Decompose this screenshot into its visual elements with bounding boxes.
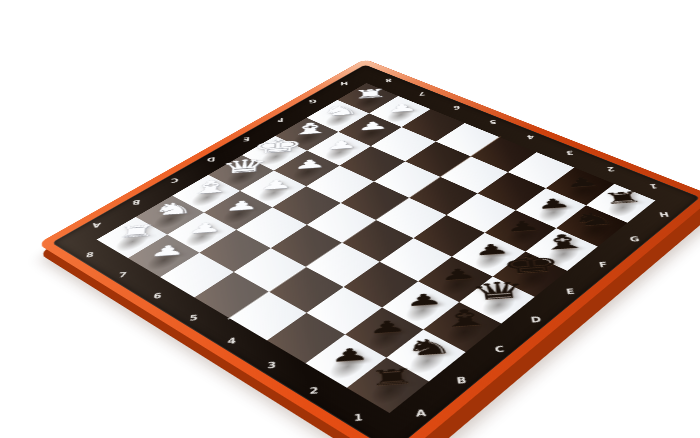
piece-black-rook[interactable]: ♜ — [351, 365, 432, 390]
rank-label-far: 3 — [561, 148, 578, 156]
file-label-near: D — [526, 315, 546, 326]
file-label-far: H — [337, 80, 351, 87]
piece-black-queen[interactable]: ♛ — [460, 277, 538, 304]
rank-label-near: 5 — [184, 313, 202, 324]
piece-black-bishop[interactable]: ♝ — [426, 305, 504, 332]
board-grid: ♜♞♝♛♚♝♞♜♟♟♟♟♟♟♟♟♟♟♟♟♟♟♟♟♜♞♝♛♚♝♞♜ — [97, 83, 656, 413]
file-label-near: F — [593, 260, 613, 270]
piece-shadow — [141, 246, 188, 274]
piece-shadow — [398, 294, 446, 326]
file-label-near: C — [490, 344, 510, 356]
square-d1[interactable]: ♛ — [458, 276, 534, 323]
rank-label-near: 3 — [262, 360, 281, 372]
square-a5[interactable] — [194, 272, 269, 318]
square-c5[interactable] — [270, 225, 341, 267]
rank-label-near: 8 — [81, 251, 99, 261]
square-a1[interactable]: ♜ — [347, 358, 429, 413]
square-b5[interactable] — [233, 248, 306, 292]
piece-black-pawn[interactable]: ♟ — [386, 290, 461, 310]
piece-black-pawn[interactable]: ♟ — [311, 344, 389, 366]
rank-label-far: 6 — [449, 104, 464, 111]
square-b4[interactable] — [269, 267, 344, 313]
piece-shadow — [434, 269, 481, 299]
piece-shadow — [440, 316, 489, 349]
piece-black-pawn[interactable]: ♟ — [421, 264, 495, 283]
piece-shadow — [363, 373, 415, 410]
file-label-near: H — [655, 211, 674, 220]
rank-label-far: 4 — [522, 133, 538, 141]
square-c1[interactable]: ♝ — [423, 302, 501, 352]
board-frame: AA88BB77CC66DD55EE44FF33GG22HH11 ♜♞♝♛♚♝♞… — [52, 65, 700, 438]
file-label-near: B — [451, 375, 471, 387]
rank-label-far: 7 — [415, 90, 430, 97]
chess-board: AA88BB77CC66DD55EE44FF33GG22HH11 ♜♞♝♛♚♝♞… — [37, 59, 700, 438]
file-label-far: G — [306, 97, 320, 104]
square-c4[interactable] — [306, 243, 379, 287]
square-d4[interactable] — [342, 220, 413, 262]
square-b6[interactable] — [199, 230, 270, 272]
rank-label-near: 2 — [304, 385, 323, 397]
square-c2[interactable]: ♟ — [382, 282, 458, 330]
rank-label-near: 7 — [113, 270, 131, 280]
piece-white-pawn[interactable]: ♟ — [132, 242, 203, 260]
rank-label-near: 6 — [148, 291, 166, 301]
rank-label-far: 5 — [485, 118, 501, 126]
file-label-near: A — [411, 407, 431, 420]
piece-shadow — [402, 344, 453, 379]
piece-shadow — [468, 245, 514, 274]
rank-label-far: 2 — [602, 165, 620, 173]
file-label-near: G — [625, 235, 644, 245]
piece-black-bishop[interactable]: ♝ — [526, 230, 601, 253]
square-c3[interactable] — [343, 262, 418, 308]
square-d2[interactable]: ♟ — [418, 257, 493, 302]
piece-black-knight[interactable]: ♞ — [557, 209, 631, 230]
square-f1[interactable]: ♝ — [525, 228, 598, 271]
rank-label-far: 8 — [382, 77, 396, 84]
piece-black-pawn[interactable]: ♟ — [455, 240, 528, 258]
piece-shadow — [361, 321, 411, 354]
piece-white-rook[interactable]: ♜ — [101, 222, 171, 241]
photo-stage: AA88BB77CC66DD55EE44FF33GG22HH11 ♜♞♝♛♚♝♞… — [0, 0, 700, 438]
rank-label-near: 1 — [348, 412, 368, 425]
piece-shadow — [475, 289, 523, 320]
square-g1[interactable]: ♞ — [556, 205, 627, 246]
square-e3[interactable] — [413, 215, 484, 257]
square-a2[interactable]: ♟ — [306, 335, 386, 388]
piece-shadow — [541, 240, 586, 269]
square-d3[interactable] — [379, 238, 452, 282]
